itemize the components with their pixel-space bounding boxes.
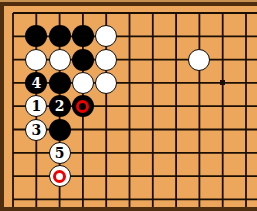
black-stone bbox=[49, 119, 71, 141]
white-stone bbox=[72, 72, 94, 94]
diagram-top-edge bbox=[0, 0, 257, 2]
move-number-label: 2 bbox=[55, 99, 65, 113]
white-stone bbox=[49, 49, 71, 71]
circle-mark-icon bbox=[53, 170, 66, 183]
white-stone bbox=[25, 49, 47, 71]
black-stone bbox=[49, 25, 71, 47]
hoshi-point bbox=[220, 80, 225, 85]
move-number-label: 1 bbox=[31, 99, 41, 113]
move-number-label: 4 bbox=[31, 76, 41, 90]
black-stone bbox=[72, 95, 94, 117]
white-stone bbox=[188, 49, 210, 71]
go-board: 41235 bbox=[4, 6, 257, 207]
white-stone: 5 bbox=[49, 142, 71, 164]
move-number-label: 5 bbox=[55, 146, 65, 160]
white-stone bbox=[49, 165, 71, 187]
go-diagram: 41235 bbox=[0, 0, 257, 211]
black-stone: 2 bbox=[49, 95, 71, 117]
circle-mark-icon bbox=[76, 100, 89, 113]
black-stone bbox=[49, 72, 71, 94]
black-stone bbox=[72, 49, 94, 71]
white-stone bbox=[95, 72, 117, 94]
move-number-label: 3 bbox=[31, 123, 41, 137]
white-stone bbox=[95, 49, 117, 71]
white-stone: 3 bbox=[25, 119, 47, 141]
